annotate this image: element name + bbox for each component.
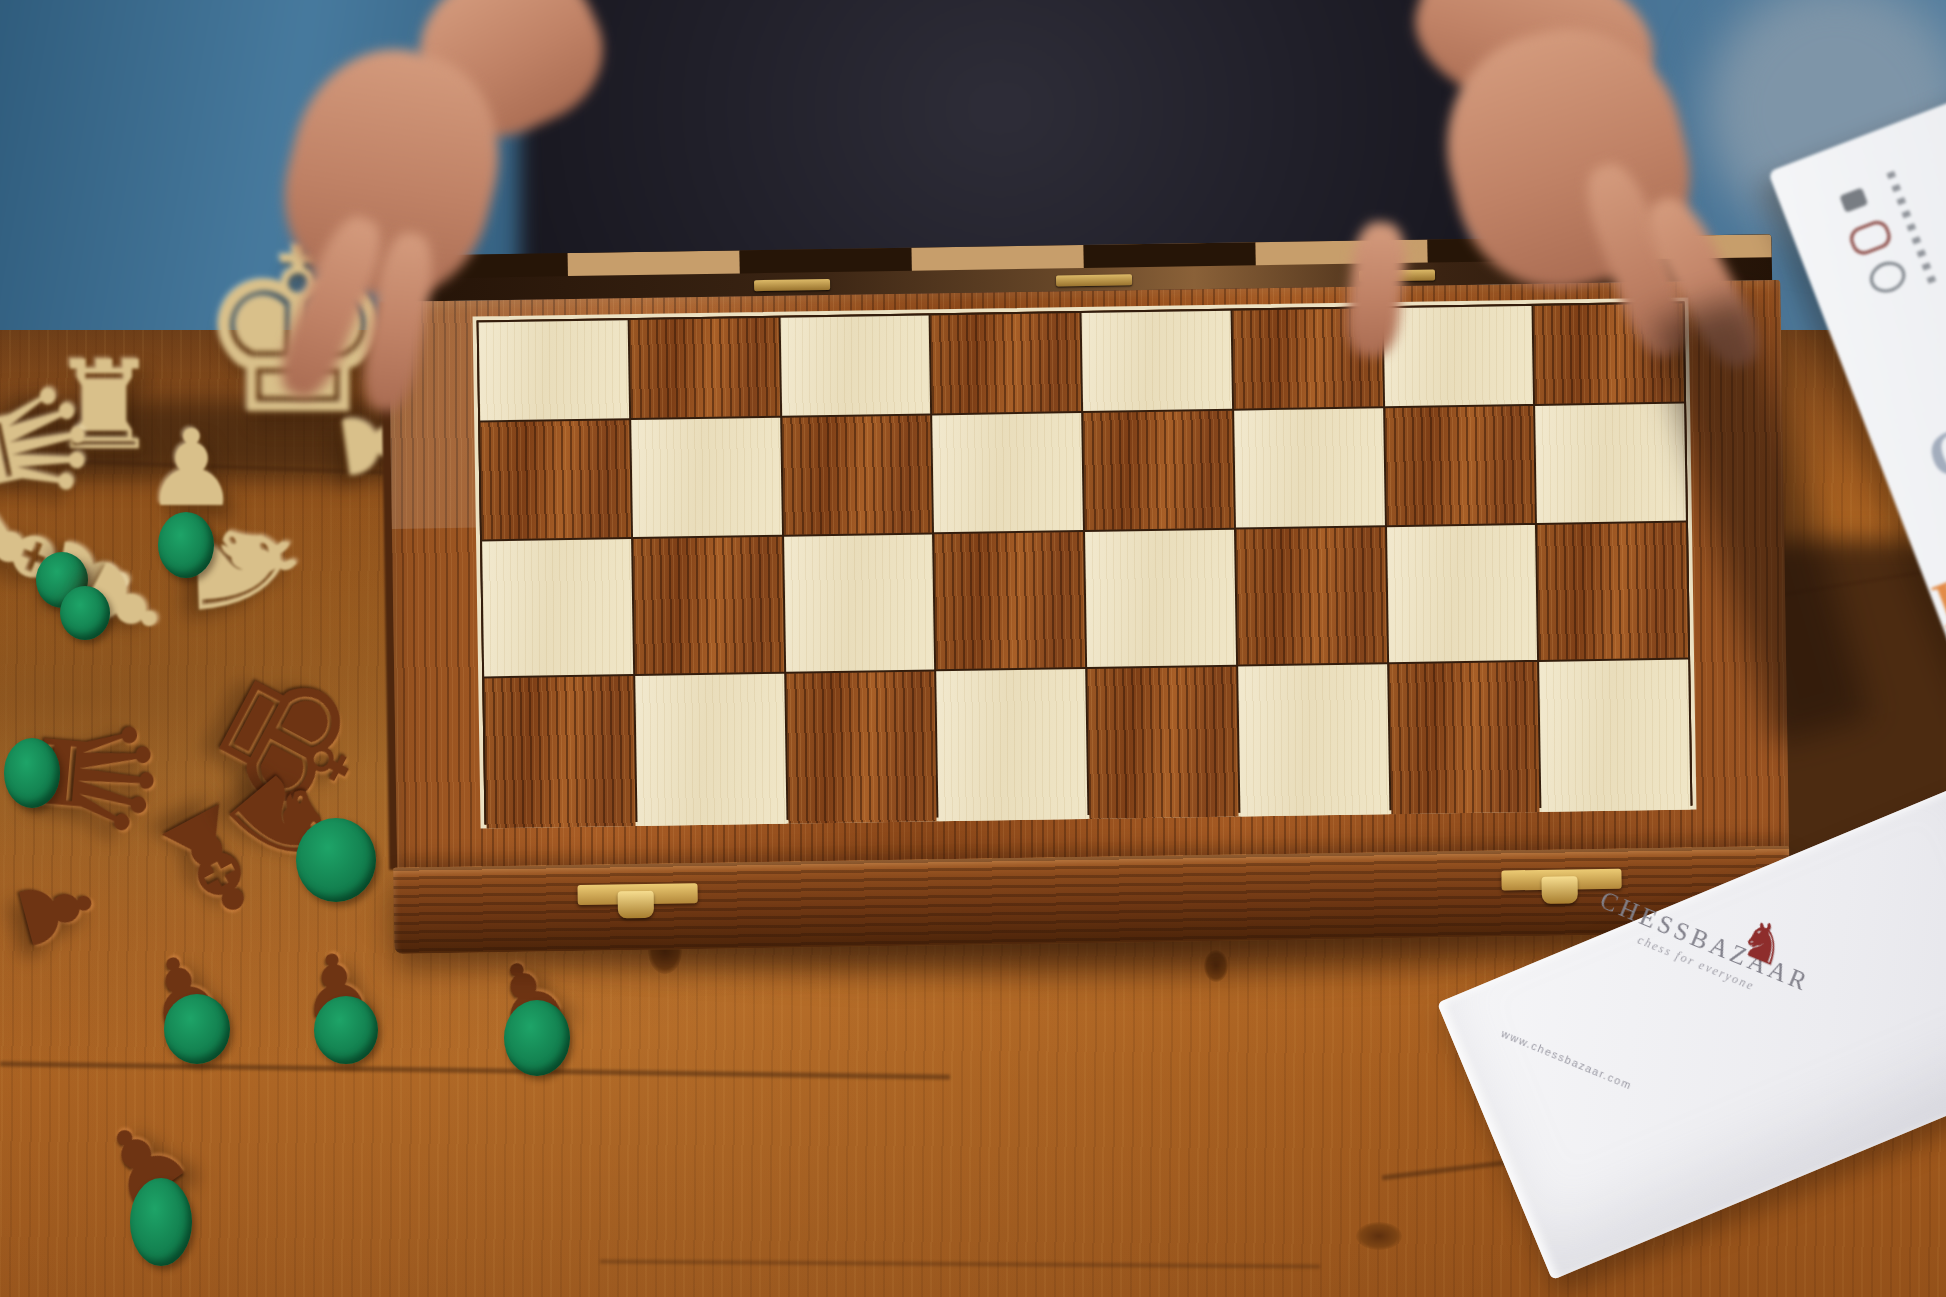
product-box-letter: C — [1917, 408, 1946, 496]
dark-pawn-felt-b-felt-base — [314, 996, 378, 1064]
square-r3c3 — [936, 669, 1087, 821]
square-r3c6 — [1389, 662, 1540, 814]
square-r1c7 — [1535, 403, 1686, 523]
board-top-face — [388, 280, 1789, 870]
dark-queen-lying-felt-base — [4, 738, 60, 808]
light-pawn-standing: ♟ — [144, 416, 239, 522]
website-url: www.chessbazaar.com — [1500, 1027, 1634, 1092]
brass-hinge — [754, 279, 830, 291]
square-r1c3 — [932, 413, 1083, 533]
square-r1c1 — [631, 417, 782, 537]
fold-square-edge — [912, 245, 1084, 271]
chess-board-grid — [477, 302, 1693, 825]
square-r0c1 — [629, 318, 779, 418]
dark-pawn-front-felt-base — [130, 1178, 192, 1266]
light-knight-lying-felt-base — [158, 512, 214, 578]
square-r3c5 — [1238, 664, 1389, 816]
square-r0c6 — [1383, 306, 1533, 406]
barcode-icon — [1839, 187, 1868, 212]
square-r3c4 — [1087, 667, 1238, 819]
square-r0c0 — [479, 320, 629, 420]
square-r1c5 — [1234, 408, 1385, 528]
dark-knight-lying-felt-base — [296, 818, 376, 902]
light-pawn-lying-b-felt-base — [60, 586, 110, 640]
fold-square-edge — [568, 250, 740, 276]
square-r2c3 — [934, 532, 1085, 669]
brass-hinge — [1056, 274, 1132, 286]
scene: ♚♜♟♛♝♟♞♟♟♚♛♝♞♟♟♟♟♟ C H E — [0, 0, 1946, 1297]
square-r0c4 — [1082, 311, 1232, 411]
square-r2c1 — [633, 537, 784, 674]
fold-square-edge — [740, 248, 912, 274]
folded-chess-board-box — [380, 234, 1791, 956]
square-r3c2 — [786, 671, 937, 823]
brand-tagline: chess for everyone — [1541, 894, 1852, 1034]
board-playing-area — [473, 297, 1697, 828]
square-r0c3 — [931, 313, 1081, 413]
square-r2c6 — [1386, 525, 1537, 662]
fold-square-edge — [1084, 242, 1256, 268]
square-r2c2 — [784, 534, 935, 671]
square-r3c0 — [484, 676, 635, 828]
dark-pawn-felt-a-felt-base — [164, 994, 230, 1064]
square-r2c0 — [482, 539, 633, 676]
brass-latch — [577, 883, 697, 905]
square-r3c1 — [635, 674, 786, 826]
square-r2c7 — [1537, 523, 1688, 660]
square-r1c6 — [1385, 405, 1536, 525]
square-r2c4 — [1085, 530, 1236, 667]
square-r2c5 — [1236, 527, 1387, 664]
square-r1c2 — [782, 415, 933, 535]
seal-icon — [1847, 217, 1894, 257]
dark-pawn-felt-c-felt-base — [504, 1000, 570, 1076]
square-r1c0 — [480, 420, 631, 540]
dark-pawn-lying-pile: ♟ — [1, 859, 111, 962]
square-r1c4 — [1083, 410, 1234, 530]
square-r3c7 — [1539, 660, 1690, 812]
recycle-icon — [1865, 257, 1909, 298]
square-r0c2 — [780, 315, 930, 415]
